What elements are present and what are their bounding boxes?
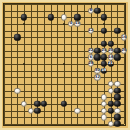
grid-line-v xyxy=(84,4,85,124)
star-point xyxy=(103,23,105,25)
grid-line-v xyxy=(97,4,98,124)
grid-line-v xyxy=(124,4,125,124)
star-point xyxy=(23,63,25,65)
grid-line-h xyxy=(4,77,124,78)
star-point xyxy=(63,63,65,65)
star-point xyxy=(63,23,65,25)
grid-line-h xyxy=(4,84,124,85)
grid-line-h xyxy=(4,91,124,92)
grid-line-h xyxy=(4,124,124,125)
star-point xyxy=(23,23,25,25)
go-board[interactable]: 84141216222420266182821301932 xyxy=(0,0,130,130)
